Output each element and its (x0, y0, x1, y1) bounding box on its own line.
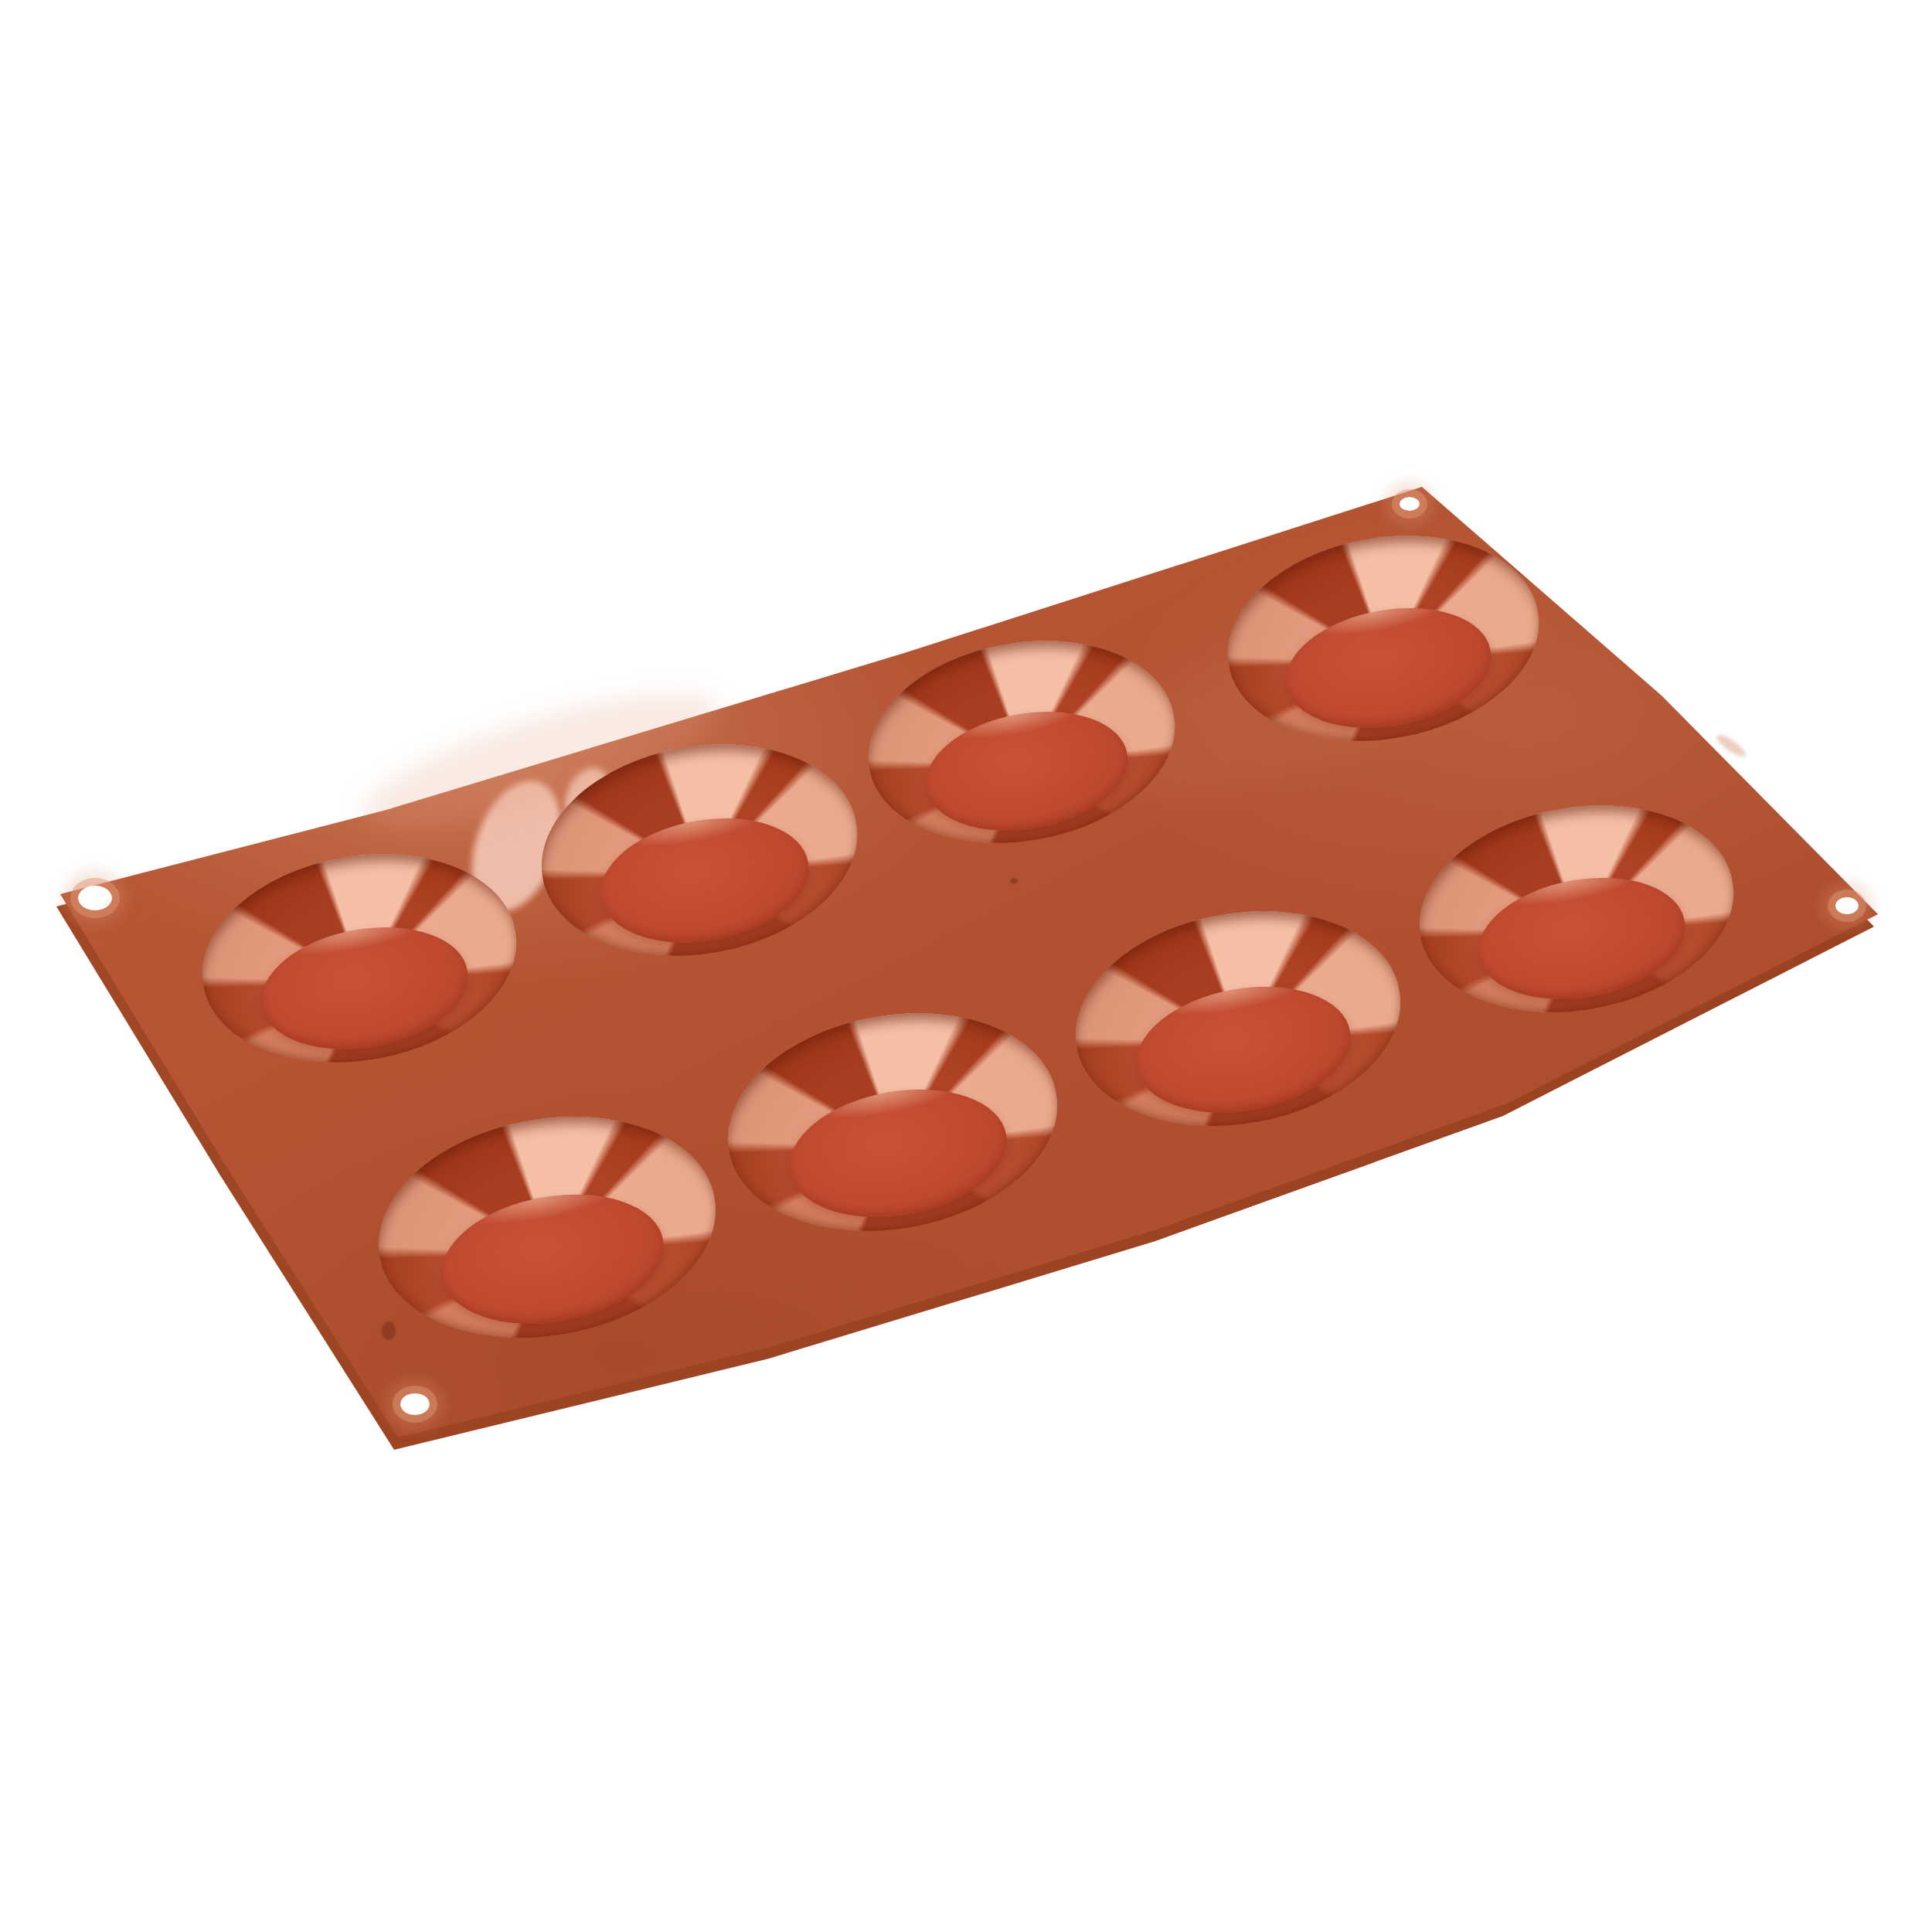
specular-highlight-6 (1714, 732, 1748, 760)
product-photo (0, 0, 1932, 1932)
specular-highlight-8 (1010, 878, 1018, 884)
mold-cavity-2 (525, 720, 874, 979)
corner-holes (0, 0, 1932, 1932)
hanging-hole-4 (400, 1393, 430, 1415)
mold-cavity-3 (852, 617, 1191, 866)
cavity-flat-bottom (1468, 862, 1695, 1015)
hanging-hole-2 (1400, 497, 1420, 511)
silicone-mold-surface (0, 0, 1932, 1932)
cavity-flat-bottom (1127, 971, 1361, 1128)
specular-highlight-5 (245, 944, 296, 981)
surface-reflections (0, 0, 1932, 1932)
mold-underside-edge (0, 12, 1928, 1932)
cavity-flat-bottom (251, 912, 478, 1065)
cavity-flat-bottom (591, 803, 819, 957)
mold-cavity-1 (185, 830, 533, 1086)
hanging-hole-3 (1835, 897, 1859, 914)
mold-cavity-5 (361, 1091, 733, 1363)
mold-cavity-6 (710, 988, 1074, 1256)
cavity-flat-bottom (780, 1073, 1017, 1233)
cavity-flat-bottom (1277, 593, 1501, 743)
cavity-flat-bottom (431, 1178, 674, 1340)
mold-cavity-7 (1059, 886, 1418, 1150)
specular-highlight-1 (455, 769, 577, 924)
hanging-hole-1 (78, 886, 112, 910)
specular-highlight-2 (556, 761, 618, 834)
mold-cavity-8 (1403, 781, 1750, 1036)
cavity-flat-bottom (917, 697, 1138, 845)
specular-highlight-3 (351, 666, 730, 856)
mold-cavity-4 (1212, 512, 1556, 765)
specular-highlight-7 (382, 1321, 396, 1340)
cavity-grid (0, 0, 1932, 1932)
specular-highlight-4 (1072, 551, 1555, 840)
